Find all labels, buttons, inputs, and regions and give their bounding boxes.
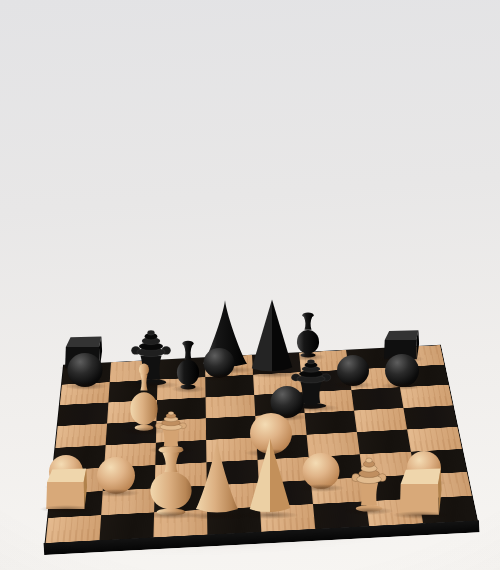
square-f7 <box>301 370 351 393</box>
square-h2 <box>415 472 472 499</box>
square-d6 <box>206 395 256 418</box>
square-g6 <box>351 387 403 410</box>
square-f2 <box>311 477 366 504</box>
square-b1 <box>100 512 155 540</box>
square-e2 <box>259 480 313 507</box>
square-c4 <box>155 440 206 465</box>
square-e1 <box>260 504 315 532</box>
square-f5 <box>305 411 357 435</box>
square-g3 <box>360 452 415 478</box>
square-e4 <box>256 435 308 460</box>
square-a7 <box>60 382 110 405</box>
square-e7 <box>253 372 303 395</box>
square-a4 <box>53 445 106 470</box>
square-g1 <box>366 499 423 527</box>
square-e6 <box>254 392 304 415</box>
square-c6 <box>156 397 205 421</box>
square-b4 <box>104 443 156 468</box>
square-g2 <box>363 475 419 502</box>
square-c1 <box>153 510 207 538</box>
square-f1 <box>313 501 369 529</box>
square-g4 <box>357 429 411 454</box>
square-c7 <box>157 377 206 400</box>
square-b6 <box>107 400 157 424</box>
square-g8 <box>346 348 396 370</box>
square-e3 <box>258 457 311 483</box>
square-f6 <box>303 390 354 413</box>
square-d4 <box>206 437 257 462</box>
square-a6 <box>58 402 109 426</box>
square-h8 <box>393 345 444 367</box>
square-a2 <box>48 491 103 518</box>
square-h3 <box>411 449 467 475</box>
square-d7 <box>205 375 254 398</box>
square-b5 <box>106 421 157 445</box>
square-f8 <box>299 350 349 372</box>
square-b8 <box>110 360 158 382</box>
square-c5 <box>156 418 206 442</box>
square-h7 <box>396 365 448 388</box>
chessboard <box>46 345 477 543</box>
square-h1 <box>419 496 477 523</box>
square-g5 <box>354 408 407 432</box>
square-h5 <box>403 405 457 429</box>
photo-backdrop <box>0 0 500 570</box>
square-d1 <box>207 507 261 535</box>
square-e8 <box>252 353 301 375</box>
square-d2 <box>207 483 260 510</box>
square-f3 <box>309 454 363 480</box>
square-e5 <box>255 413 306 437</box>
board-grid <box>46 345 477 543</box>
square-a1 <box>46 515 102 543</box>
square-d8 <box>205 355 253 377</box>
square-d5 <box>206 416 257 440</box>
square-g7 <box>349 367 400 390</box>
square-b2 <box>101 488 155 515</box>
square-c8 <box>157 358 205 380</box>
square-a5 <box>55 424 107 448</box>
square-c2 <box>154 486 207 513</box>
square-c3 <box>155 462 207 488</box>
square-a3 <box>51 468 105 494</box>
square-h4 <box>407 427 462 452</box>
square-a8 <box>62 362 111 384</box>
chessboard-scene <box>23 89 477 543</box>
square-h6 <box>400 385 453 408</box>
square-f4 <box>307 432 360 457</box>
square-d3 <box>206 460 258 486</box>
square-b3 <box>103 465 156 491</box>
square-b7 <box>108 380 157 403</box>
